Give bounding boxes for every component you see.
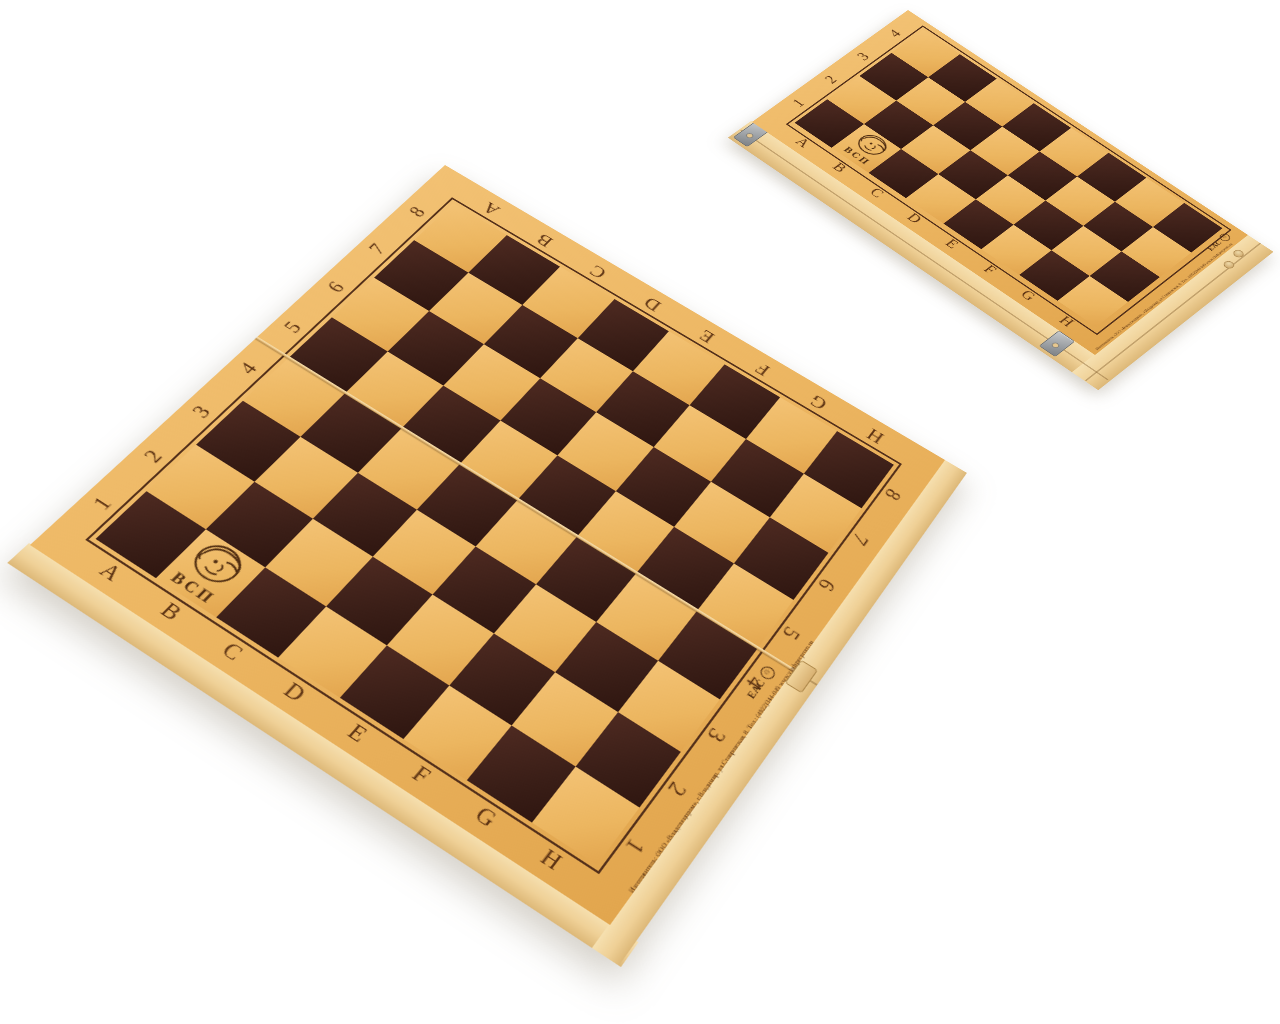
closed-chessboard-box: ABCDEFGH 4321 ВСП Изготовитель: ООО «Вла… [752, 10, 1248, 355]
open-rank-label-right-5: 5 [751, 602, 830, 663]
open-rank-label-right-6: 6 [787, 555, 864, 615]
product-photo-stage: ABCDEFGH ABCDEFGH 87654321 87654321 ВСП [0, 0, 1280, 1024]
open-rank-label-right-8: 8 [855, 467, 929, 523]
open-board-top-face: ABCDEFGH ABCDEFGH 87654321 87654321 ВСП [30, 165, 945, 925]
open-rank-label-right-7: 7 [822, 510, 897, 568]
open-chessboard: ABCDEFGH ABCDEFGH 87654321 87654321 ВСП [30, 165, 945, 925]
